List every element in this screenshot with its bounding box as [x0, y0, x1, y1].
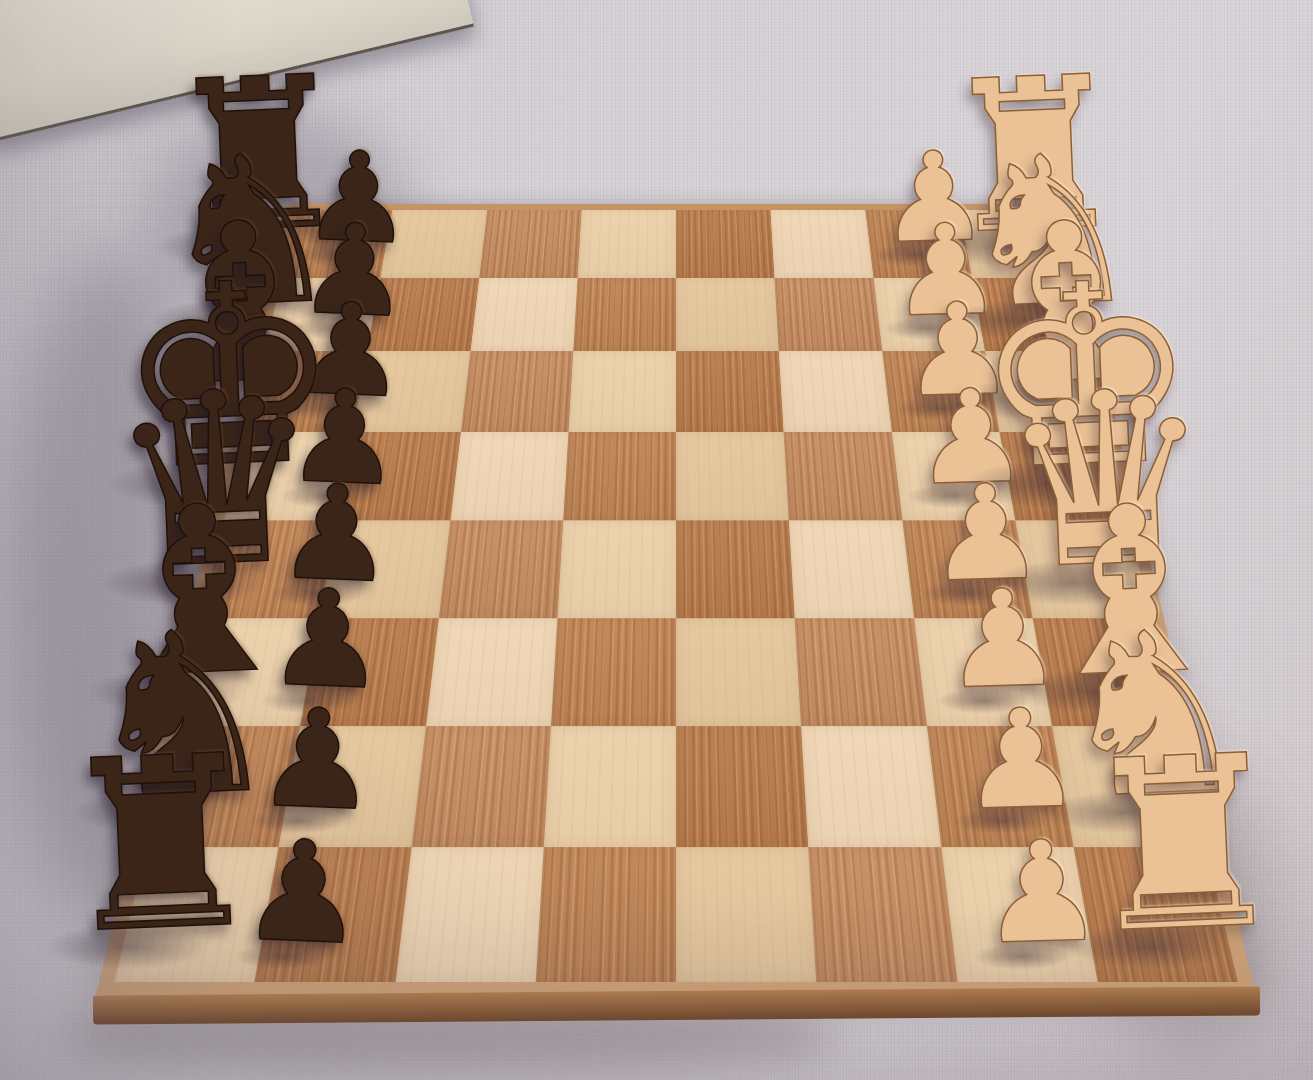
square-h3[interactable] — [771, 210, 874, 278]
square-a3[interactable] — [808, 847, 957, 982]
square-e3[interactable] — [784, 432, 902, 521]
square-e7[interactable] — [337, 432, 461, 521]
square-g1[interactable] — [972, 278, 1088, 352]
chess-board — [96, 204, 1256, 995]
back-cushion-seam — [0, 0, 474, 143]
square-e6[interactable] — [450, 432, 568, 521]
square-a7[interactable] — [255, 847, 412, 982]
square-c5[interactable] — [551, 618, 676, 726]
square-c7[interactable] — [300, 618, 438, 726]
square-d1[interactable] — [1015, 520, 1151, 618]
square-c2[interactable] — [914, 618, 1052, 726]
square-h6[interactable] — [479, 210, 582, 278]
square-g8[interactable] — [264, 278, 380, 352]
square-h8[interactable] — [282, 210, 393, 278]
square-a1[interactable] — [1073, 847, 1238, 982]
square-b5[interactable] — [544, 726, 676, 847]
square-a5[interactable] — [536, 847, 676, 982]
square-e8[interactable] — [224, 432, 353, 521]
square-e1[interactable] — [999, 432, 1128, 521]
square-c1[interactable] — [1032, 618, 1177, 726]
square-d2[interactable] — [902, 520, 1032, 618]
square-c6[interactable] — [425, 618, 557, 726]
square-b7[interactable] — [279, 726, 426, 847]
board-squares-grid — [114, 210, 1238, 982]
square-g4[interactable] — [676, 278, 779, 352]
square-b3[interactable] — [801, 726, 941, 847]
square-f7[interactable] — [353, 351, 470, 432]
square-c3[interactable] — [795, 618, 927, 726]
square-b2[interactable] — [927, 726, 1074, 847]
square-g7[interactable] — [367, 278, 479, 352]
square-f2[interactable] — [882, 351, 999, 432]
square-a4[interactable] — [676, 847, 816, 982]
square-a8[interactable] — [114, 847, 279, 982]
square-h2[interactable] — [865, 210, 972, 278]
square-g3[interactable] — [775, 278, 882, 352]
square-b6[interactable] — [411, 726, 551, 847]
square-e4[interactable] — [676, 432, 789, 521]
square-c4[interactable] — [676, 618, 801, 726]
square-g2[interactable] — [873, 278, 985, 352]
square-a6[interactable] — [395, 847, 544, 982]
square-d5[interactable] — [557, 520, 676, 618]
square-d6[interactable] — [438, 520, 563, 618]
sofa-cushion-scene: ♜♟♟♜♞♟♟♞♝♟♟♝♚♟♟♚♛♟♟♛♝♟♟♝♞♟♟♞♜♟♟♜ — [0, 0, 1313, 1080]
square-b8[interactable] — [146, 726, 300, 847]
square-e5[interactable] — [563, 432, 676, 521]
square-d8[interactable] — [201, 520, 337, 618]
square-g6[interactable] — [470, 278, 577, 352]
square-b4[interactable] — [676, 726, 808, 847]
square-f5[interactable] — [568, 351, 676, 432]
square-f4[interactable] — [676, 351, 784, 432]
square-h4[interactable] — [676, 210, 775, 278]
square-f8[interactable] — [245, 351, 367, 432]
square-h5[interactable] — [577, 210, 676, 278]
square-a2[interactable] — [941, 847, 1098, 982]
square-f3[interactable] — [779, 351, 892, 432]
square-h7[interactable] — [380, 210, 487, 278]
square-d3[interactable] — [789, 520, 914, 618]
square-e2[interactable] — [891, 432, 1015, 521]
square-c8[interactable] — [175, 618, 320, 726]
square-f6[interactable] — [461, 351, 574, 432]
square-b1[interactable] — [1052, 726, 1206, 847]
square-g5[interactable] — [573, 278, 676, 352]
square-h1[interactable] — [960, 210, 1071, 278]
square-f1[interactable] — [985, 351, 1107, 432]
square-d4[interactable] — [676, 520, 795, 618]
square-d7[interactable] — [320, 520, 450, 618]
